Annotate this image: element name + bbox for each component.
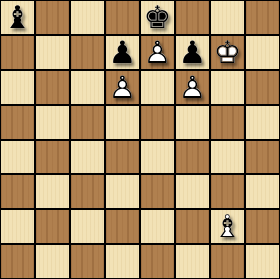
square-b6[interactable] xyxy=(35,70,70,105)
square-c3[interactable] xyxy=(70,174,105,209)
black-bishop[interactable]: ♝ xyxy=(0,0,35,35)
square-h2[interactable] xyxy=(245,209,280,244)
square-h6[interactable] xyxy=(245,70,280,105)
square-d6[interactable]: ♟♙ xyxy=(105,70,140,105)
square-g2[interactable]: ♝♗ xyxy=(210,209,245,244)
square-a7[interactable] xyxy=(0,35,35,70)
square-b2[interactable] xyxy=(35,209,70,244)
square-f2[interactable] xyxy=(175,209,210,244)
square-b8[interactable] xyxy=(35,0,70,35)
square-c8[interactable] xyxy=(70,0,105,35)
black-pawn-glyph: ♟ xyxy=(105,35,140,70)
square-g1[interactable] xyxy=(210,244,245,279)
square-e1[interactable] xyxy=(140,244,175,279)
square-d5[interactable] xyxy=(105,105,140,140)
square-e6[interactable] xyxy=(140,70,175,105)
white-pawn[interactable]: ♟♙ xyxy=(140,35,175,70)
square-g7[interactable]: ♚♔ xyxy=(210,35,245,70)
square-f3[interactable] xyxy=(175,174,210,209)
square-b1[interactable] xyxy=(35,244,70,279)
square-f7[interactable]: ♟ xyxy=(175,35,210,70)
square-g4[interactable] xyxy=(210,140,245,175)
square-g8[interactable] xyxy=(210,0,245,35)
chess-board: ♝♚♟♟♙♟♚♔♟♙♟♙♝♗ xyxy=(0,0,280,279)
square-f4[interactable] xyxy=(175,140,210,175)
square-d8[interactable] xyxy=(105,0,140,35)
black-king-glyph: ♚ xyxy=(140,0,175,35)
black-pawn-glyph: ♟ xyxy=(175,35,210,70)
square-a6[interactable] xyxy=(0,70,35,105)
white-bishop[interactable]: ♝♗ xyxy=(210,209,245,244)
white-king[interactable]: ♚♔ xyxy=(210,35,245,70)
square-h5[interactable] xyxy=(245,105,280,140)
square-h7[interactable] xyxy=(245,35,280,70)
square-a5[interactable] xyxy=(0,105,35,140)
square-e2[interactable] xyxy=(140,209,175,244)
square-b4[interactable] xyxy=(35,140,70,175)
square-a2[interactable] xyxy=(0,209,35,244)
white-pawn-outline: ♙ xyxy=(175,70,210,105)
square-b7[interactable] xyxy=(35,35,70,70)
square-g3[interactable] xyxy=(210,174,245,209)
square-c5[interactable] xyxy=(70,105,105,140)
square-h1[interactable] xyxy=(245,244,280,279)
square-f5[interactable] xyxy=(175,105,210,140)
square-f8[interactable] xyxy=(175,0,210,35)
square-c7[interactable] xyxy=(70,35,105,70)
white-pawn[interactable]: ♟♙ xyxy=(175,70,210,105)
square-a3[interactable] xyxy=(0,174,35,209)
square-h8[interactable] xyxy=(245,0,280,35)
square-h4[interactable] xyxy=(245,140,280,175)
square-b3[interactable] xyxy=(35,174,70,209)
square-c1[interactable] xyxy=(70,244,105,279)
square-d4[interactable] xyxy=(105,140,140,175)
square-b5[interactable] xyxy=(35,105,70,140)
square-e5[interactable] xyxy=(140,105,175,140)
black-pawn[interactable]: ♟ xyxy=(175,35,210,70)
white-pawn-outline: ♙ xyxy=(140,35,175,70)
square-a4[interactable] xyxy=(0,140,35,175)
square-c6[interactable] xyxy=(70,70,105,105)
square-a8[interactable]: ♝ xyxy=(0,0,35,35)
square-d7[interactable]: ♟ xyxy=(105,35,140,70)
square-g5[interactable] xyxy=(210,105,245,140)
white-pawn-outline: ♙ xyxy=(105,70,140,105)
black-pawn[interactable]: ♟ xyxy=(105,35,140,70)
square-e4[interactable] xyxy=(140,140,175,175)
square-e3[interactable] xyxy=(140,174,175,209)
square-d2[interactable] xyxy=(105,209,140,244)
square-d3[interactable] xyxy=(105,174,140,209)
square-f1[interactable] xyxy=(175,244,210,279)
square-c4[interactable] xyxy=(70,140,105,175)
square-d1[interactable] xyxy=(105,244,140,279)
white-pawn[interactable]: ♟♙ xyxy=(105,70,140,105)
white-king-outline: ♔ xyxy=(210,35,245,70)
square-h3[interactable] xyxy=(245,174,280,209)
white-bishop-outline: ♗ xyxy=(210,209,245,244)
square-a1[interactable] xyxy=(0,244,35,279)
square-e8[interactable]: ♚ xyxy=(140,0,175,35)
black-king[interactable]: ♚ xyxy=(140,0,175,35)
black-bishop-glyph: ♝ xyxy=(0,0,35,35)
square-c2[interactable] xyxy=(70,209,105,244)
square-f6[interactable]: ♟♙ xyxy=(175,70,210,105)
square-g6[interactable] xyxy=(210,70,245,105)
square-e7[interactable]: ♟♙ xyxy=(140,35,175,70)
